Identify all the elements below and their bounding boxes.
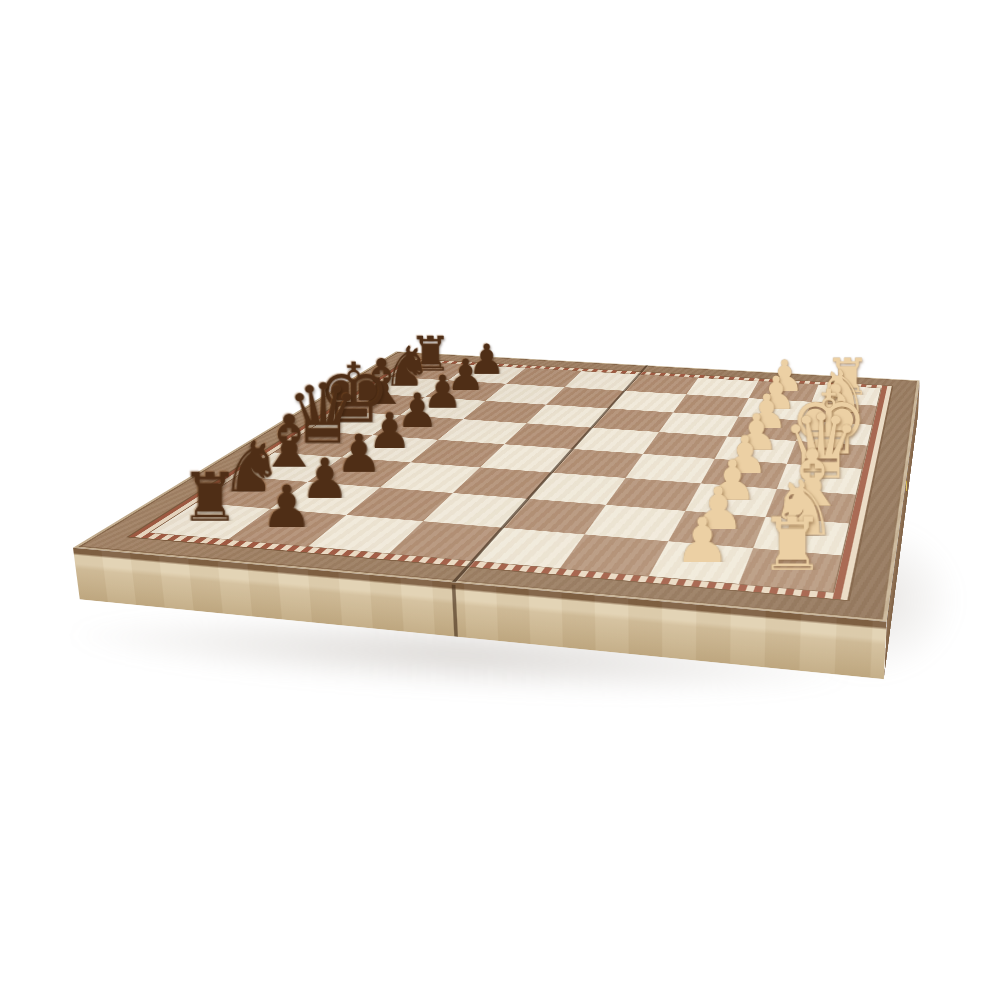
square-b5[interactable] — [423, 493, 528, 528]
square-c4[interactable] — [529, 473, 626, 505]
white-rook-glyph: ♜ — [760, 509, 826, 579]
chess-board: ♜♞♝♚♛♝♞♜♟♟♟♟♟♟♟♟♟♟♟♟♟♟♟♟♜♞♝♚♛♝♞♜ — [73, 352, 920, 622]
square-a4[interactable] — [473, 528, 584, 568]
square-a5[interactable] — [389, 521, 502, 560]
scene: ♜♞♝♚♛♝♞♜♟♟♟♟♟♟♟♟♟♟♟♟♟♟♟♟♜♞♝♚♛♝♞♜ — [0, 0, 1000, 1000]
black-pawn-glyph: ♟ — [261, 479, 314, 535]
square-c5[interactable] — [453, 467, 552, 498]
brass-latch — [905, 473, 907, 499]
product-photo-stage: ♜♞♝♚♛♝♞♜♟♟♟♟♟♟♟♟♟♟♟♟♟♟♟♟♜♞♝♚♛♝♞♜ — [0, 0, 1000, 1000]
fold-seam-front — [452, 585, 458, 637]
